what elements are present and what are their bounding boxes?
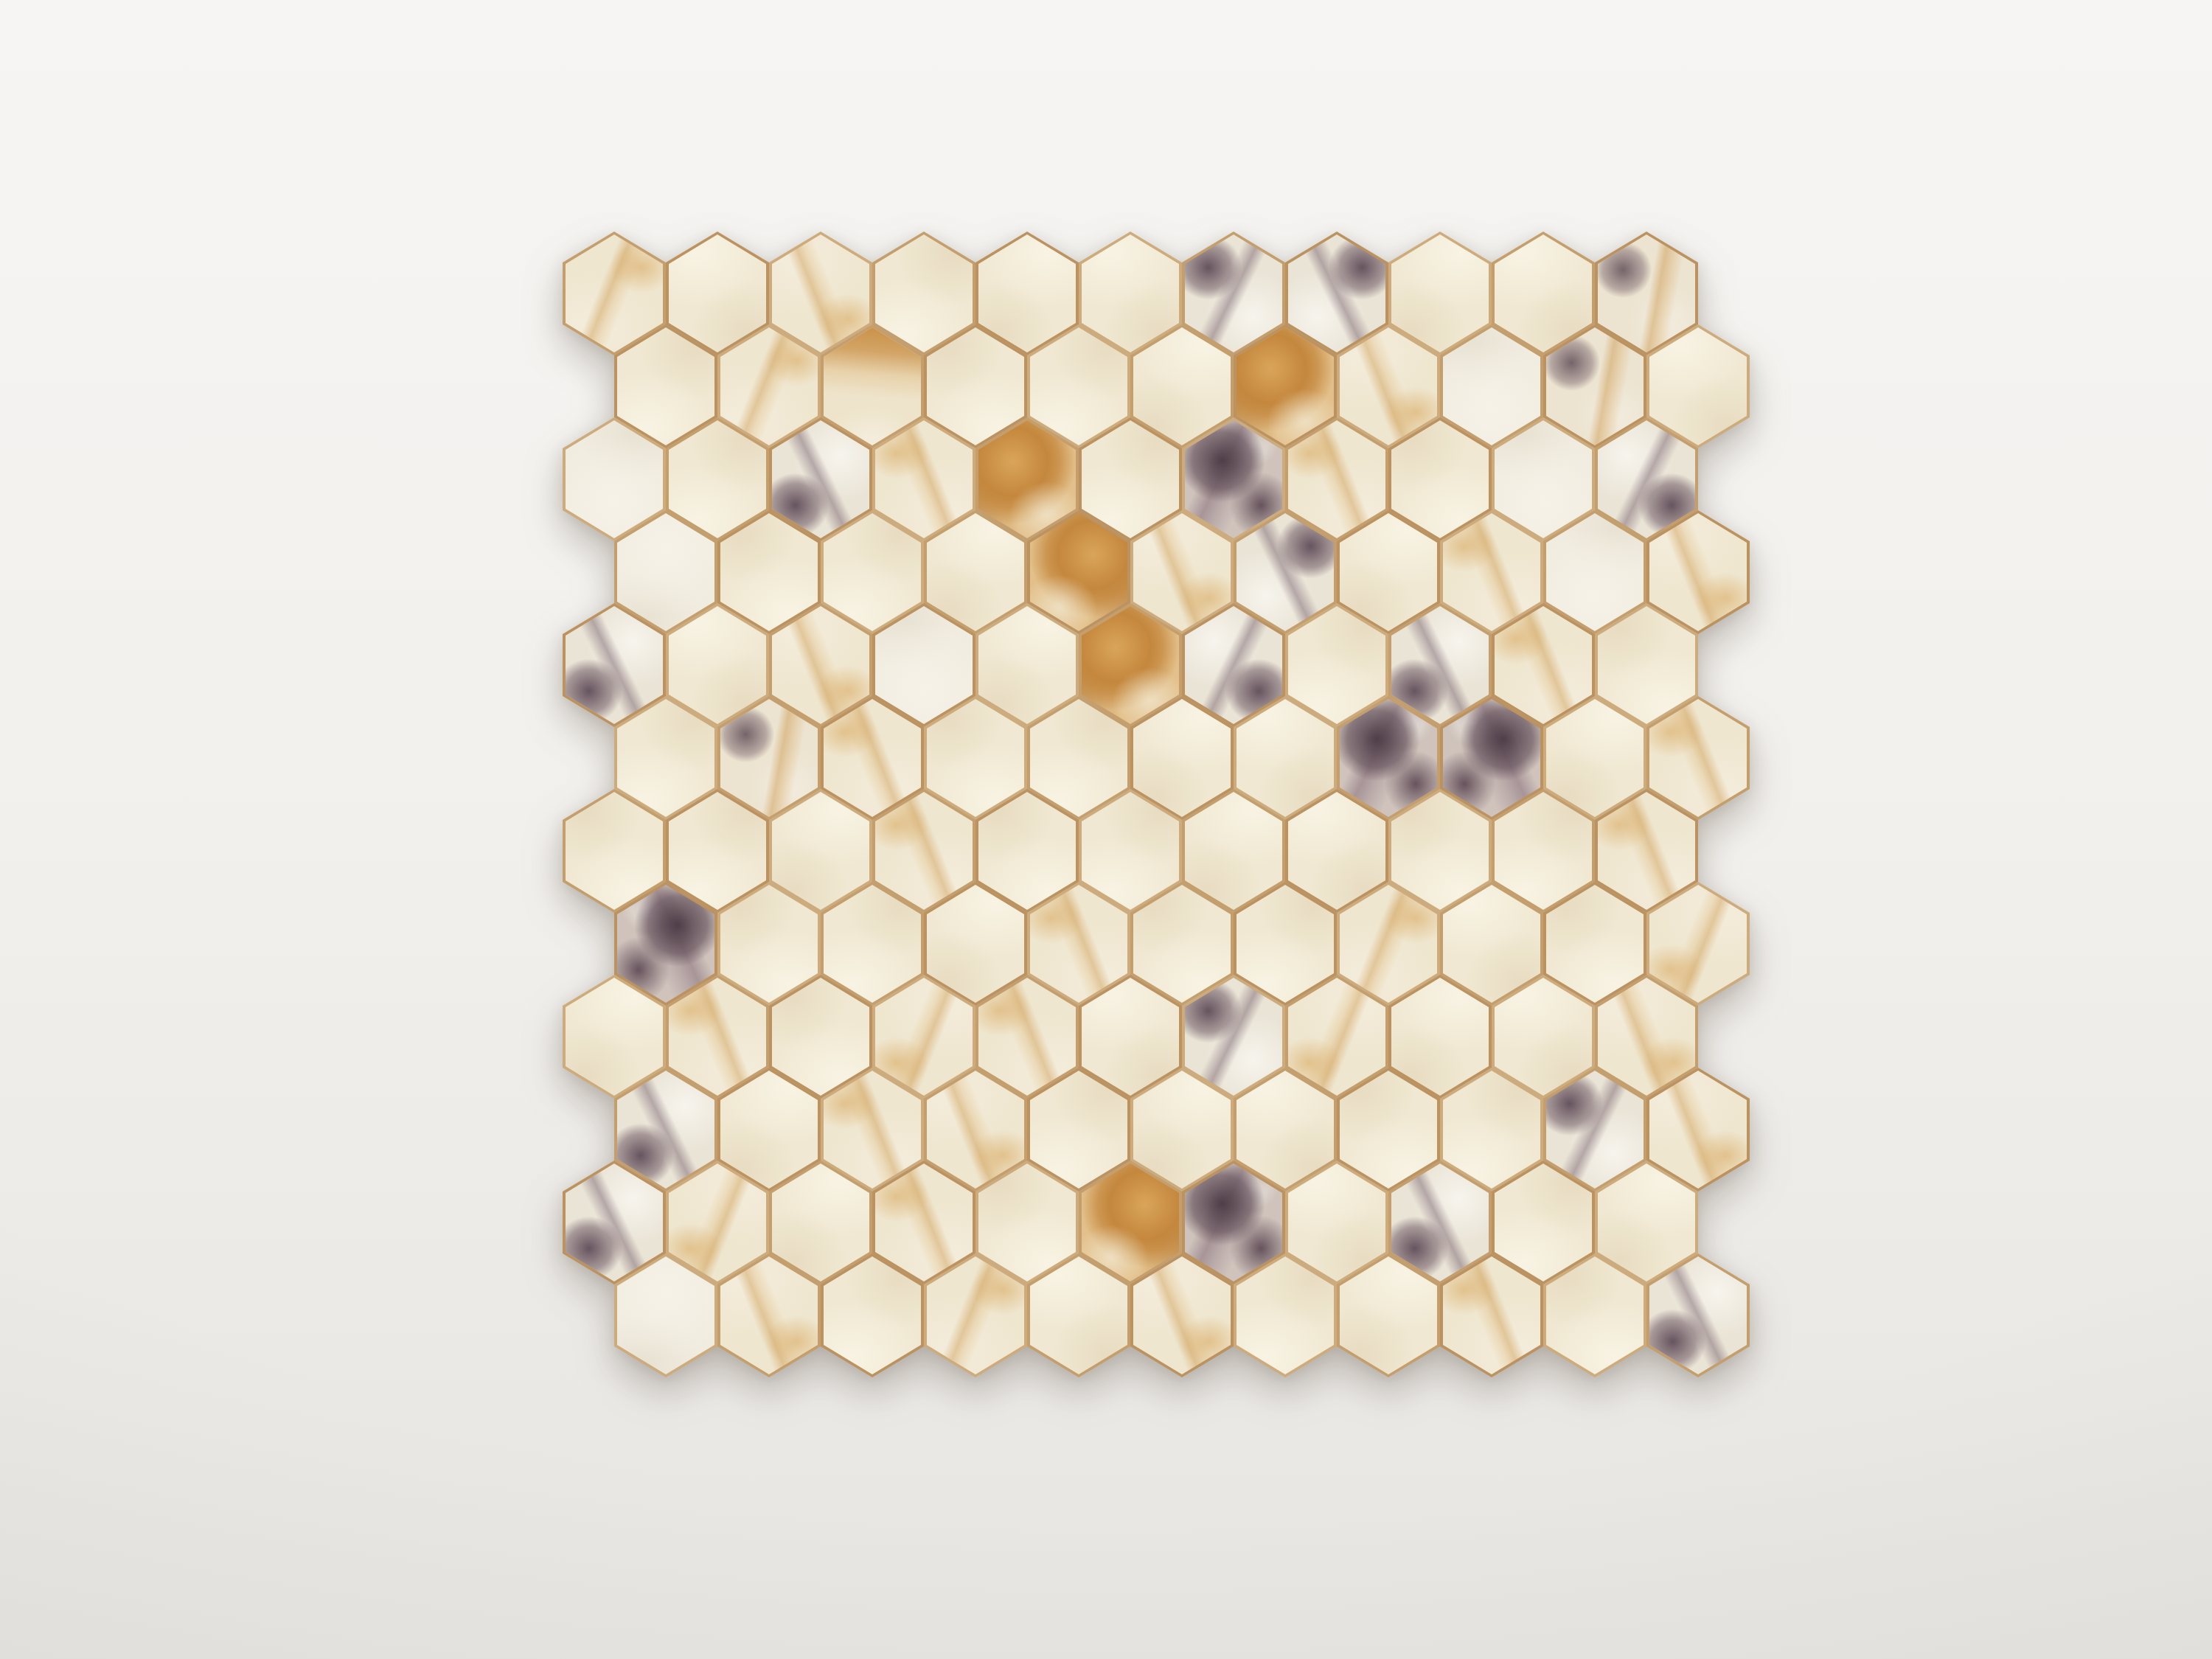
tile-r12c7: [1237, 1256, 1334, 1374]
tile-r12c4: [927, 1256, 1024, 1374]
photo-background: { "game": "hexagon-marble-mosaic-sheet",…: [0, 0, 2212, 1659]
mosaic-sheet: [566, 234, 1753, 1374]
tile-r12c5: [1030, 1256, 1127, 1374]
tile-r12c1: [617, 1256, 714, 1374]
tile-r12c6: [1133, 1256, 1231, 1374]
tile-r12c8: [1340, 1256, 1437, 1374]
tile-r12c2: [720, 1256, 818, 1374]
mosaic-row-12: [617, 1256, 1753, 1374]
tile-r12c9: [1443, 1256, 1540, 1374]
tile-r12c3: [824, 1256, 921, 1374]
tile-r12c11: [1649, 1256, 1747, 1374]
tile-r12c10: [1546, 1256, 1644, 1374]
